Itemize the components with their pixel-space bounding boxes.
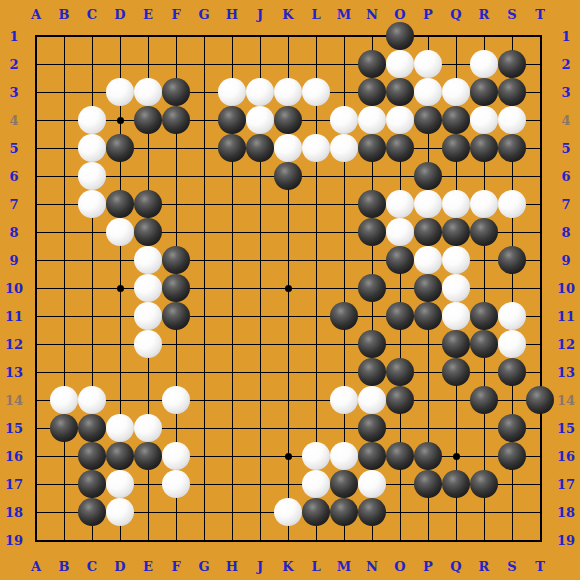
point-K14[interactable] bbox=[274, 386, 302, 414]
point-K17[interactable] bbox=[274, 470, 302, 498]
point-J11[interactable] bbox=[246, 302, 274, 330]
point-O2[interactable] bbox=[386, 50, 414, 78]
point-C13[interactable] bbox=[78, 358, 106, 386]
point-D15[interactable] bbox=[106, 414, 134, 442]
point-Q12[interactable] bbox=[442, 330, 470, 358]
point-N11[interactable] bbox=[358, 302, 386, 330]
point-O16[interactable] bbox=[386, 442, 414, 470]
point-S15[interactable] bbox=[498, 414, 526, 442]
point-N15[interactable] bbox=[358, 414, 386, 442]
point-F16[interactable] bbox=[162, 442, 190, 470]
point-E10[interactable] bbox=[134, 274, 162, 302]
point-K15[interactable] bbox=[274, 414, 302, 442]
point-B15[interactable] bbox=[50, 414, 78, 442]
point-C5[interactable] bbox=[78, 134, 106, 162]
point-R14[interactable] bbox=[470, 386, 498, 414]
point-T15[interactable] bbox=[526, 414, 554, 442]
point-Q5[interactable] bbox=[442, 134, 470, 162]
point-S13[interactable] bbox=[498, 358, 526, 386]
point-G8[interactable] bbox=[190, 218, 218, 246]
point-H19[interactable] bbox=[218, 526, 246, 554]
point-M15[interactable] bbox=[330, 414, 358, 442]
point-A13[interactable] bbox=[22, 358, 50, 386]
point-R10[interactable] bbox=[470, 274, 498, 302]
point-P5[interactable] bbox=[414, 134, 442, 162]
point-A1[interactable] bbox=[22, 22, 50, 50]
point-J8[interactable] bbox=[246, 218, 274, 246]
point-G19[interactable] bbox=[190, 526, 218, 554]
point-B11[interactable] bbox=[50, 302, 78, 330]
point-J7[interactable] bbox=[246, 190, 274, 218]
point-H12[interactable] bbox=[218, 330, 246, 358]
point-H4[interactable] bbox=[218, 106, 246, 134]
point-T9[interactable] bbox=[526, 246, 554, 274]
point-G2[interactable] bbox=[190, 50, 218, 78]
point-T4[interactable] bbox=[526, 106, 554, 134]
point-S5[interactable] bbox=[498, 134, 526, 162]
point-H18[interactable] bbox=[218, 498, 246, 526]
point-D10[interactable] bbox=[106, 274, 134, 302]
point-N8[interactable] bbox=[358, 218, 386, 246]
point-K5[interactable] bbox=[274, 134, 302, 162]
point-C12[interactable] bbox=[78, 330, 106, 358]
point-K4[interactable] bbox=[274, 106, 302, 134]
point-O14[interactable] bbox=[386, 386, 414, 414]
point-E16[interactable] bbox=[134, 442, 162, 470]
point-T12[interactable] bbox=[526, 330, 554, 358]
point-P13[interactable] bbox=[414, 358, 442, 386]
point-C19[interactable] bbox=[78, 526, 106, 554]
point-M16[interactable] bbox=[330, 442, 358, 470]
point-S17[interactable] bbox=[498, 470, 526, 498]
point-H1[interactable] bbox=[218, 22, 246, 50]
point-G14[interactable] bbox=[190, 386, 218, 414]
point-E4[interactable] bbox=[134, 106, 162, 134]
point-Q19[interactable] bbox=[442, 526, 470, 554]
point-S11[interactable] bbox=[498, 302, 526, 330]
point-S2[interactable] bbox=[498, 50, 526, 78]
point-B5[interactable] bbox=[50, 134, 78, 162]
point-F15[interactable] bbox=[162, 414, 190, 442]
point-R13[interactable] bbox=[470, 358, 498, 386]
point-N19[interactable] bbox=[358, 526, 386, 554]
point-N14[interactable] bbox=[358, 386, 386, 414]
point-B13[interactable] bbox=[50, 358, 78, 386]
point-F8[interactable] bbox=[162, 218, 190, 246]
point-K9[interactable] bbox=[274, 246, 302, 274]
point-Q3[interactable] bbox=[442, 78, 470, 106]
point-E8[interactable] bbox=[134, 218, 162, 246]
point-M7[interactable] bbox=[330, 190, 358, 218]
point-H10[interactable] bbox=[218, 274, 246, 302]
point-D2[interactable] bbox=[106, 50, 134, 78]
point-O9[interactable] bbox=[386, 246, 414, 274]
point-P16[interactable] bbox=[414, 442, 442, 470]
point-M9[interactable] bbox=[330, 246, 358, 274]
point-C9[interactable] bbox=[78, 246, 106, 274]
point-P18[interactable] bbox=[414, 498, 442, 526]
point-K10[interactable] bbox=[274, 274, 302, 302]
point-G11[interactable] bbox=[190, 302, 218, 330]
point-B3[interactable] bbox=[50, 78, 78, 106]
point-P2[interactable] bbox=[414, 50, 442, 78]
point-Q6[interactable] bbox=[442, 162, 470, 190]
point-Q9[interactable] bbox=[442, 246, 470, 274]
point-K16[interactable] bbox=[274, 442, 302, 470]
point-F19[interactable] bbox=[162, 526, 190, 554]
point-N5[interactable] bbox=[358, 134, 386, 162]
point-R16[interactable] bbox=[470, 442, 498, 470]
point-J13[interactable] bbox=[246, 358, 274, 386]
point-G12[interactable] bbox=[190, 330, 218, 358]
point-B6[interactable] bbox=[50, 162, 78, 190]
point-S1[interactable] bbox=[498, 22, 526, 50]
point-B12[interactable] bbox=[50, 330, 78, 358]
point-L10[interactable] bbox=[302, 274, 330, 302]
point-M6[interactable] bbox=[330, 162, 358, 190]
point-T3[interactable] bbox=[526, 78, 554, 106]
point-P11[interactable] bbox=[414, 302, 442, 330]
point-R8[interactable] bbox=[470, 218, 498, 246]
point-L11[interactable] bbox=[302, 302, 330, 330]
point-E3[interactable] bbox=[134, 78, 162, 106]
point-J19[interactable] bbox=[246, 526, 274, 554]
go-board[interactable]: AABBCCDDEEFFGGHHJJKKLLMMNNOOPPQQRRSSTT11… bbox=[0, 0, 580, 580]
point-J1[interactable] bbox=[246, 22, 274, 50]
point-R12[interactable] bbox=[470, 330, 498, 358]
point-T19[interactable] bbox=[526, 526, 554, 554]
point-L15[interactable] bbox=[302, 414, 330, 442]
point-B10[interactable] bbox=[50, 274, 78, 302]
point-B4[interactable] bbox=[50, 106, 78, 134]
point-E2[interactable] bbox=[134, 50, 162, 78]
point-Q10[interactable] bbox=[442, 274, 470, 302]
point-O1[interactable] bbox=[386, 22, 414, 50]
point-C11[interactable] bbox=[78, 302, 106, 330]
point-R5[interactable] bbox=[470, 134, 498, 162]
point-L4[interactable] bbox=[302, 106, 330, 134]
point-P9[interactable] bbox=[414, 246, 442, 274]
point-F1[interactable] bbox=[162, 22, 190, 50]
point-A7[interactable] bbox=[22, 190, 50, 218]
point-F7[interactable] bbox=[162, 190, 190, 218]
point-E9[interactable] bbox=[134, 246, 162, 274]
point-B9[interactable] bbox=[50, 246, 78, 274]
point-J2[interactable] bbox=[246, 50, 274, 78]
point-T14[interactable] bbox=[526, 386, 554, 414]
point-Q7[interactable] bbox=[442, 190, 470, 218]
point-P8[interactable] bbox=[414, 218, 442, 246]
point-A18[interactable] bbox=[22, 498, 50, 526]
point-G6[interactable] bbox=[190, 162, 218, 190]
point-L6[interactable] bbox=[302, 162, 330, 190]
point-B17[interactable] bbox=[50, 470, 78, 498]
point-A2[interactable] bbox=[22, 50, 50, 78]
point-C3[interactable] bbox=[78, 78, 106, 106]
point-J6[interactable] bbox=[246, 162, 274, 190]
point-E18[interactable] bbox=[134, 498, 162, 526]
point-T7[interactable] bbox=[526, 190, 554, 218]
point-S3[interactable] bbox=[498, 78, 526, 106]
point-C16[interactable] bbox=[78, 442, 106, 470]
point-T8[interactable] bbox=[526, 218, 554, 246]
point-D16[interactable] bbox=[106, 442, 134, 470]
point-R15[interactable] bbox=[470, 414, 498, 442]
point-G15[interactable] bbox=[190, 414, 218, 442]
point-B7[interactable] bbox=[50, 190, 78, 218]
point-K12[interactable] bbox=[274, 330, 302, 358]
point-J18[interactable] bbox=[246, 498, 274, 526]
point-K8[interactable] bbox=[274, 218, 302, 246]
point-M8[interactable] bbox=[330, 218, 358, 246]
point-A16[interactable] bbox=[22, 442, 50, 470]
point-H9[interactable] bbox=[218, 246, 246, 274]
point-K1[interactable] bbox=[274, 22, 302, 50]
point-B8[interactable] bbox=[50, 218, 78, 246]
point-B19[interactable] bbox=[50, 526, 78, 554]
point-K18[interactable] bbox=[274, 498, 302, 526]
point-Q1[interactable] bbox=[442, 22, 470, 50]
point-A6[interactable] bbox=[22, 162, 50, 190]
point-J4[interactable] bbox=[246, 106, 274, 134]
point-J15[interactable] bbox=[246, 414, 274, 442]
point-M5[interactable] bbox=[330, 134, 358, 162]
point-T2[interactable] bbox=[526, 50, 554, 78]
point-E5[interactable] bbox=[134, 134, 162, 162]
point-T5[interactable] bbox=[526, 134, 554, 162]
point-O13[interactable] bbox=[386, 358, 414, 386]
point-S6[interactable] bbox=[498, 162, 526, 190]
point-N4[interactable] bbox=[358, 106, 386, 134]
point-C4[interactable] bbox=[78, 106, 106, 134]
point-O5[interactable] bbox=[386, 134, 414, 162]
point-R2[interactable] bbox=[470, 50, 498, 78]
point-D13[interactable] bbox=[106, 358, 134, 386]
point-L18[interactable] bbox=[302, 498, 330, 526]
point-L9[interactable] bbox=[302, 246, 330, 274]
point-K2[interactable] bbox=[274, 50, 302, 78]
point-S14[interactable] bbox=[498, 386, 526, 414]
point-C17[interactable] bbox=[78, 470, 106, 498]
point-S16[interactable] bbox=[498, 442, 526, 470]
point-M10[interactable] bbox=[330, 274, 358, 302]
point-H16[interactable] bbox=[218, 442, 246, 470]
point-D5[interactable] bbox=[106, 134, 134, 162]
point-K13[interactable] bbox=[274, 358, 302, 386]
point-L8[interactable] bbox=[302, 218, 330, 246]
point-O12[interactable] bbox=[386, 330, 414, 358]
point-F5[interactable] bbox=[162, 134, 190, 162]
point-G17[interactable] bbox=[190, 470, 218, 498]
point-E11[interactable] bbox=[134, 302, 162, 330]
point-G5[interactable] bbox=[190, 134, 218, 162]
point-E12[interactable] bbox=[134, 330, 162, 358]
point-Q17[interactable] bbox=[442, 470, 470, 498]
point-A9[interactable] bbox=[22, 246, 50, 274]
point-N2[interactable] bbox=[358, 50, 386, 78]
point-M19[interactable] bbox=[330, 526, 358, 554]
point-A19[interactable] bbox=[22, 526, 50, 554]
point-G1[interactable] bbox=[190, 22, 218, 50]
point-D14[interactable] bbox=[106, 386, 134, 414]
point-L17[interactable] bbox=[302, 470, 330, 498]
point-T13[interactable] bbox=[526, 358, 554, 386]
point-A3[interactable] bbox=[22, 78, 50, 106]
point-Q4[interactable] bbox=[442, 106, 470, 134]
point-M2[interactable] bbox=[330, 50, 358, 78]
point-R19[interactable] bbox=[470, 526, 498, 554]
point-K19[interactable] bbox=[274, 526, 302, 554]
point-H7[interactable] bbox=[218, 190, 246, 218]
point-D4[interactable] bbox=[106, 106, 134, 134]
point-D11[interactable] bbox=[106, 302, 134, 330]
point-M18[interactable] bbox=[330, 498, 358, 526]
point-A4[interactable] bbox=[22, 106, 50, 134]
point-A17[interactable] bbox=[22, 470, 50, 498]
point-Q18[interactable] bbox=[442, 498, 470, 526]
point-M14[interactable] bbox=[330, 386, 358, 414]
point-K11[interactable] bbox=[274, 302, 302, 330]
point-O4[interactable] bbox=[386, 106, 414, 134]
point-B16[interactable] bbox=[50, 442, 78, 470]
point-T17[interactable] bbox=[526, 470, 554, 498]
point-R7[interactable] bbox=[470, 190, 498, 218]
point-S8[interactable] bbox=[498, 218, 526, 246]
point-Q8[interactable] bbox=[442, 218, 470, 246]
point-B14[interactable] bbox=[50, 386, 78, 414]
point-F10[interactable] bbox=[162, 274, 190, 302]
point-O18[interactable] bbox=[386, 498, 414, 526]
point-N16[interactable] bbox=[358, 442, 386, 470]
point-Q13[interactable] bbox=[442, 358, 470, 386]
point-A11[interactable] bbox=[22, 302, 50, 330]
point-P12[interactable] bbox=[414, 330, 442, 358]
point-N18[interactable] bbox=[358, 498, 386, 526]
point-N9[interactable] bbox=[358, 246, 386, 274]
point-L2[interactable] bbox=[302, 50, 330, 78]
point-C6[interactable] bbox=[78, 162, 106, 190]
point-C10[interactable] bbox=[78, 274, 106, 302]
point-A8[interactable] bbox=[22, 218, 50, 246]
point-S19[interactable] bbox=[498, 526, 526, 554]
point-E15[interactable] bbox=[134, 414, 162, 442]
point-S18[interactable] bbox=[498, 498, 526, 526]
point-J17[interactable] bbox=[246, 470, 274, 498]
point-M4[interactable] bbox=[330, 106, 358, 134]
point-J16[interactable] bbox=[246, 442, 274, 470]
point-E1[interactable] bbox=[134, 22, 162, 50]
point-K3[interactable] bbox=[274, 78, 302, 106]
point-R1[interactable] bbox=[470, 22, 498, 50]
point-T1[interactable] bbox=[526, 22, 554, 50]
point-E17[interactable] bbox=[134, 470, 162, 498]
point-T11[interactable] bbox=[526, 302, 554, 330]
point-C7[interactable] bbox=[78, 190, 106, 218]
point-M17[interactable] bbox=[330, 470, 358, 498]
point-Q14[interactable] bbox=[442, 386, 470, 414]
point-P17[interactable] bbox=[414, 470, 442, 498]
point-F17[interactable] bbox=[162, 470, 190, 498]
point-C2[interactable] bbox=[78, 50, 106, 78]
point-E7[interactable] bbox=[134, 190, 162, 218]
point-G3[interactable] bbox=[190, 78, 218, 106]
point-J9[interactable] bbox=[246, 246, 274, 274]
point-K6[interactable] bbox=[274, 162, 302, 190]
point-D18[interactable] bbox=[106, 498, 134, 526]
point-P3[interactable] bbox=[414, 78, 442, 106]
point-H6[interactable] bbox=[218, 162, 246, 190]
point-S12[interactable] bbox=[498, 330, 526, 358]
point-H15[interactable] bbox=[218, 414, 246, 442]
point-F3[interactable] bbox=[162, 78, 190, 106]
point-G13[interactable] bbox=[190, 358, 218, 386]
point-H14[interactable] bbox=[218, 386, 246, 414]
point-G9[interactable] bbox=[190, 246, 218, 274]
point-F9[interactable] bbox=[162, 246, 190, 274]
point-L14[interactable] bbox=[302, 386, 330, 414]
point-L13[interactable] bbox=[302, 358, 330, 386]
point-A5[interactable] bbox=[22, 134, 50, 162]
point-P4[interactable] bbox=[414, 106, 442, 134]
point-P14[interactable] bbox=[414, 386, 442, 414]
point-E14[interactable] bbox=[134, 386, 162, 414]
point-P6[interactable] bbox=[414, 162, 442, 190]
point-O19[interactable] bbox=[386, 526, 414, 554]
point-O15[interactable] bbox=[386, 414, 414, 442]
point-F11[interactable] bbox=[162, 302, 190, 330]
point-Q11[interactable] bbox=[442, 302, 470, 330]
point-E6[interactable] bbox=[134, 162, 162, 190]
point-H17[interactable] bbox=[218, 470, 246, 498]
point-S10[interactable] bbox=[498, 274, 526, 302]
point-M1[interactable] bbox=[330, 22, 358, 50]
point-D7[interactable] bbox=[106, 190, 134, 218]
point-H5[interactable] bbox=[218, 134, 246, 162]
point-B18[interactable] bbox=[50, 498, 78, 526]
point-D3[interactable] bbox=[106, 78, 134, 106]
point-N7[interactable] bbox=[358, 190, 386, 218]
point-J14[interactable] bbox=[246, 386, 274, 414]
point-C14[interactable] bbox=[78, 386, 106, 414]
point-N12[interactable] bbox=[358, 330, 386, 358]
point-J5[interactable] bbox=[246, 134, 274, 162]
point-N1[interactable] bbox=[358, 22, 386, 50]
point-P7[interactable] bbox=[414, 190, 442, 218]
point-R4[interactable] bbox=[470, 106, 498, 134]
point-F12[interactable] bbox=[162, 330, 190, 358]
point-O11[interactable] bbox=[386, 302, 414, 330]
point-H8[interactable] bbox=[218, 218, 246, 246]
point-C18[interactable] bbox=[78, 498, 106, 526]
point-R17[interactable] bbox=[470, 470, 498, 498]
point-O6[interactable] bbox=[386, 162, 414, 190]
point-Q15[interactable] bbox=[442, 414, 470, 442]
point-H11[interactable] bbox=[218, 302, 246, 330]
point-D17[interactable] bbox=[106, 470, 134, 498]
point-N6[interactable] bbox=[358, 162, 386, 190]
point-M13[interactable] bbox=[330, 358, 358, 386]
point-L19[interactable] bbox=[302, 526, 330, 554]
point-T6[interactable] bbox=[526, 162, 554, 190]
point-L1[interactable] bbox=[302, 22, 330, 50]
point-K7[interactable] bbox=[274, 190, 302, 218]
point-P19[interactable] bbox=[414, 526, 442, 554]
point-G7[interactable] bbox=[190, 190, 218, 218]
point-O17[interactable] bbox=[386, 470, 414, 498]
point-P1[interactable] bbox=[414, 22, 442, 50]
point-J12[interactable] bbox=[246, 330, 274, 358]
point-C1[interactable] bbox=[78, 22, 106, 50]
